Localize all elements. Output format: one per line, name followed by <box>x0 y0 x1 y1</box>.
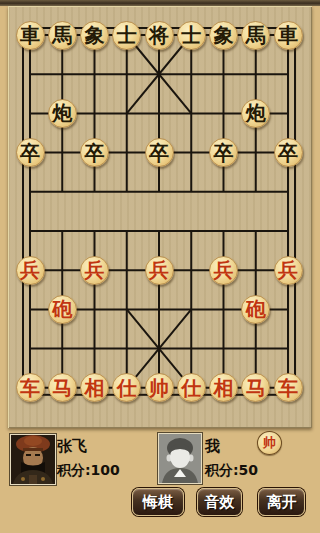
my-avatar <box>158 433 202 484</box>
xiangqi-board[interactable]: 車馬象士将士象馬車炮炮卒卒卒卒卒兵兵兵兵兵砲砲车马相仕帅仕相马车 <box>8 6 312 428</box>
board-grid-lines <box>8 6 312 428</box>
piece-black-r3c0[interactable]: 卒 <box>16 138 45 167</box>
piece-red-r6c0[interactable]: 兵 <box>16 256 45 285</box>
piece-black-r3c8[interactable]: 卒 <box>274 138 303 167</box>
piece-black-r0c4[interactable]: 将 <box>145 21 174 50</box>
piece-red-r6c4[interactable]: 兵 <box>145 256 174 285</box>
piece-black-r3c4[interactable]: 卒 <box>145 138 174 167</box>
piece-black-r0c6[interactable]: 象 <box>209 21 238 50</box>
piece-red-r9c1[interactable]: 马 <box>48 373 77 402</box>
leave-button[interactable]: 离开 <box>258 488 305 516</box>
piece-black-r0c0[interactable]: 車 <box>16 21 45 50</box>
piece-red-r6c8[interactable]: 兵 <box>274 256 303 285</box>
piece-black-r3c2[interactable]: 卒 <box>80 138 109 167</box>
my-portrait-icon <box>159 434 201 483</box>
piece-red-r9c4[interactable]: 帅 <box>145 373 174 402</box>
my-side-indicator-red-general: 帅 <box>257 431 282 455</box>
piece-black-r0c1[interactable]: 馬 <box>48 21 77 50</box>
piece-red-r6c2[interactable]: 兵 <box>80 256 109 285</box>
piece-black-r2c7[interactable]: 炮 <box>241 99 270 128</box>
opponent-avatar <box>10 434 56 485</box>
piece-black-r0c7[interactable]: 馬 <box>241 21 270 50</box>
undo-button[interactable]: 悔棋 <box>132 488 184 516</box>
my-score: 积分:50 <box>205 462 258 480</box>
game-screen: 車馬象士将士象馬車炮炮卒卒卒卒卒兵兵兵兵兵砲砲车马相仕帅仕相马车 张飞 积分:1… <box>0 0 320 533</box>
piece-red-r7c7[interactable]: 砲 <box>241 295 270 324</box>
piece-red-r9c0[interactable]: 车 <box>16 373 45 402</box>
piece-red-r7c1[interactable]: 砲 <box>48 295 77 324</box>
piece-black-r3c6[interactable]: 卒 <box>209 138 238 167</box>
my-name: 我 <box>205 437 220 456</box>
piece-red-r6c6[interactable]: 兵 <box>209 256 238 285</box>
piece-black-r0c2[interactable]: 象 <box>80 21 109 50</box>
piece-black-r0c5[interactable]: 士 <box>177 21 206 50</box>
piece-red-r9c5[interactable]: 仕 <box>177 373 206 402</box>
piece-black-r0c8[interactable]: 車 <box>274 21 303 50</box>
piece-black-r2c1[interactable]: 炮 <box>48 99 77 128</box>
opponent-portrait-icon <box>11 435 55 484</box>
opponent-score: 积分:100 <box>57 462 120 480</box>
piece-black-r0c3[interactable]: 士 <box>112 21 141 50</box>
opponent-name: 张飞 <box>57 437 87 456</box>
piece-red-r9c8[interactable]: 车 <box>274 373 303 402</box>
sound-button[interactable]: 音效 <box>197 488 242 516</box>
